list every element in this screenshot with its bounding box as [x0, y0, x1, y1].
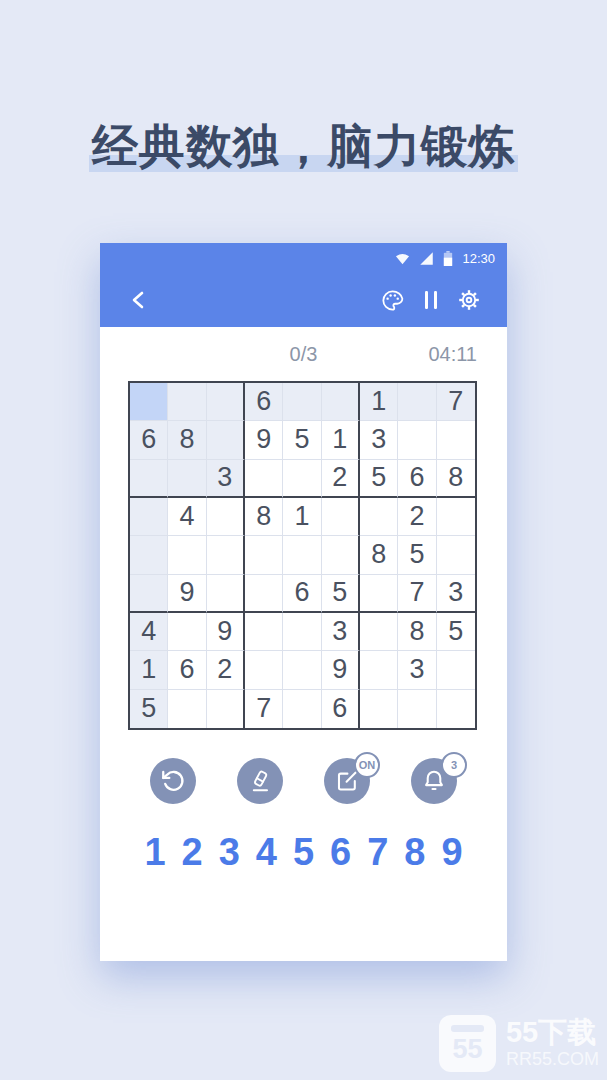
sudoku-cell[interactable]: 7 [245, 690, 283, 728]
sudoku-cell[interactable]: 1 [283, 498, 321, 536]
sudoku-cell[interactable] [130, 383, 168, 421]
numpad-digit[interactable]: 6 [324, 831, 358, 874]
sudoku-cell[interactable] [245, 536, 283, 574]
sudoku-cell[interactable]: 5 [283, 421, 321, 459]
hero: 经典数独，脑力锻炼 [0, 117, 607, 175]
page: 经典数独，脑力锻炼 12:30 [0, 0, 607, 1080]
watermark: 55 55下载 RR55.COM [439, 1015, 599, 1072]
sudoku-cell[interactable] [360, 690, 398, 728]
sudoku-cell[interactable] [207, 421, 245, 459]
sudoku-cell[interactable] [245, 651, 283, 689]
sudoku-cell[interactable]: 1 [322, 421, 360, 459]
sudoku-cell[interactable]: 8 [245, 498, 283, 536]
sudoku-cell[interactable] [360, 613, 398, 651]
sudoku-cell[interactable]: 7 [437, 383, 475, 421]
signal-icon [419, 252, 434, 265]
sudoku-cell[interactable] [130, 575, 168, 613]
watermark-name: 55下载 [506, 1017, 599, 1048]
sudoku-cell[interactable] [283, 651, 321, 689]
sudoku-cell[interactable] [207, 536, 245, 574]
sudoku-cell[interactable]: 6 [245, 383, 283, 421]
undo-button[interactable] [150, 758, 196, 804]
sudoku-board: 61768951332568481285965734938516293576 [128, 381, 477, 730]
sudoku-cell[interactable] [398, 421, 436, 459]
numpad-digit[interactable]: 8 [398, 831, 432, 874]
numpad-digit[interactable]: 2 [175, 831, 209, 874]
sudoku-cell[interactable] [398, 383, 436, 421]
sudoku-cell[interactable] [360, 575, 398, 613]
sudoku-cell[interactable]: 2 [207, 651, 245, 689]
sudoku-cell[interactable] [207, 690, 245, 728]
sudoku-cell[interactable]: 8 [398, 613, 436, 651]
sudoku-cell[interactable] [437, 536, 475, 574]
sudoku-cell[interactable] [437, 651, 475, 689]
numpad-digit[interactable]: 9 [435, 831, 469, 874]
sudoku-cell[interactable]: 3 [360, 421, 398, 459]
numpad: 123456789 [138, 831, 469, 874]
numpad-digit[interactable]: 3 [212, 831, 246, 874]
sudoku-cell[interactable] [130, 460, 168, 498]
palette-icon[interactable] [380, 288, 405, 313]
sudoku-cell[interactable] [245, 460, 283, 498]
erase-button[interactable] [237, 758, 283, 804]
sudoku-cell[interactable] [245, 613, 283, 651]
sudoku-cell[interactable] [360, 651, 398, 689]
back-icon[interactable] [128, 288, 150, 312]
sudoku-cell[interactable]: 6 [398, 460, 436, 498]
sudoku-cell[interactable] [245, 575, 283, 613]
notes-badge: ON [354, 752, 380, 778]
sudoku-cell[interactable] [168, 536, 206, 574]
sudoku-cell[interactable]: 2 [398, 498, 436, 536]
sudoku-cell[interactable] [207, 575, 245, 613]
sudoku-cell[interactable]: 4 [130, 613, 168, 651]
sudoku-cell[interactable] [322, 498, 360, 536]
app-bar [100, 273, 507, 327]
sudoku-cell[interactable]: 6 [283, 575, 321, 613]
sudoku-cell[interactable]: 4 [168, 498, 206, 536]
sudoku-cell[interactable] [437, 498, 475, 536]
watermark-logo-bar [451, 1025, 484, 1032]
sudoku-cell[interactable]: 6 [130, 421, 168, 459]
board-wrap: 61768951332568481285965734938516293576 [100, 381, 507, 730]
sudoku-cell[interactable] [130, 536, 168, 574]
sudoku-cell[interactable]: 9 [322, 651, 360, 689]
toolbar: ON 3 [150, 758, 457, 804]
numpad-digit[interactable]: 7 [361, 831, 395, 874]
sudoku-cell[interactable]: 9 [207, 613, 245, 651]
sudoku-cell[interactable]: 8 [437, 460, 475, 498]
sudoku-cell[interactable] [322, 536, 360, 574]
sudoku-cell[interactable]: 8 [360, 536, 398, 574]
sudoku-cell[interactable] [437, 690, 475, 728]
sudoku-cell[interactable]: 3 [322, 613, 360, 651]
sudoku-cell[interactable] [398, 690, 436, 728]
sudoku-cell[interactable] [168, 690, 206, 728]
sudoku-cell[interactable]: 5 [360, 460, 398, 498]
battery-icon [443, 251, 453, 266]
status-time: 12:30 [462, 251, 495, 266]
wifi-icon [395, 252, 410, 265]
sudoku-cell[interactable]: 3 [207, 460, 245, 498]
numpad-digit[interactable]: 5 [287, 831, 321, 874]
hint-badge: 3 [441, 752, 467, 778]
score-bar: 0/3 04:11 [100, 327, 507, 381]
hint-button[interactable]: 3 [411, 758, 457, 804]
watermark-texts: 55下载 RR55.COM [506, 1017, 599, 1070]
settings-icon[interactable] [457, 288, 481, 312]
watermark-site: RR55.COM [506, 1048, 599, 1070]
sudoku-cell[interactable]: 3 [437, 575, 475, 613]
sudoku-cell[interactable] [437, 421, 475, 459]
sudoku-cell[interactable]: 2 [322, 460, 360, 498]
sudoku-cell[interactable] [168, 613, 206, 651]
sudoku-cell[interactable] [168, 383, 206, 421]
watermark-logo: 55 [439, 1015, 496, 1072]
sudoku-cell[interactable]: 5 [398, 536, 436, 574]
sudoku-cell[interactable]: 5 [322, 575, 360, 613]
sudoku-cell[interactable] [168, 460, 206, 498]
sudoku-cell[interactable] [283, 613, 321, 651]
sudoku-cell[interactable]: 5 [437, 613, 475, 651]
notes-button[interactable]: ON [324, 758, 370, 804]
sudoku-cell[interactable]: 9 [245, 421, 283, 459]
sudoku-cell[interactable] [283, 383, 321, 421]
sudoku-cell[interactable]: 9 [168, 575, 206, 613]
sudoku-cell[interactable] [322, 383, 360, 421]
sudoku-cell[interactable]: 1 [130, 651, 168, 689]
page-title-text: 经典数独，脑力锻炼 [92, 120, 515, 172]
sudoku-cell[interactable] [207, 383, 245, 421]
sudoku-cell[interactable]: 6 [168, 651, 206, 689]
sudoku-cell[interactable]: 3 [398, 651, 436, 689]
timer: 04:11 [428, 327, 477, 381]
sudoku-cell[interactable] [207, 498, 245, 536]
sudoku-cell[interactable]: 5 [130, 690, 168, 728]
numpad-digit[interactable]: 4 [249, 831, 283, 874]
sudoku-cell[interactable] [283, 690, 321, 728]
sudoku-cell[interactable]: 7 [398, 575, 436, 613]
pause-icon[interactable] [422, 289, 440, 311]
sudoku-cell[interactable]: 1 [360, 383, 398, 421]
sudoku-cell[interactable] [283, 460, 321, 498]
sudoku-cell[interactable] [360, 498, 398, 536]
sudoku-cell[interactable] [283, 536, 321, 574]
phone-screenshot: 12:30 [100, 243, 507, 961]
sudoku-cell[interactable]: 8 [168, 421, 206, 459]
watermark-logo-text: 55 [452, 1032, 482, 1066]
sudoku-cell[interactable] [130, 498, 168, 536]
numpad-digit[interactable]: 1 [138, 831, 172, 874]
page-title: 经典数独，脑力锻炼 [92, 117, 515, 175]
sudoku-cell[interactable]: 6 [322, 690, 360, 728]
undo-icon [160, 768, 186, 794]
status-bar: 12:30 [100, 243, 507, 273]
eraser-icon [248, 769, 273, 794]
